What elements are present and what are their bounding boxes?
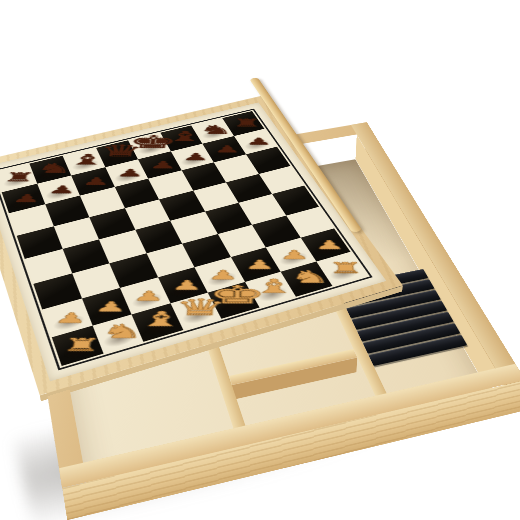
divider-vertical-left (205, 337, 250, 440)
board-frame-line: ♜♞♝♛♚♝♞♜♟♟♟♟♟♟♟♟♟♟♟♟♟♟♟♟♜♞♝♛♚♝♞♜ (0, 109, 373, 371)
board-lid[interactable]: ♜♞♝♛♚♝♞♜♟♟♟♟♟♟♟♟♟♟♟♟♟♟♟♟♜♞♝♛♚♝♞♜ (0, 95, 403, 395)
piece-shadow (90, 301, 126, 322)
piece-shadow (129, 290, 165, 311)
piece-shadow (180, 305, 217, 326)
piece-white-bishop[interactable]: ♝ (127, 310, 195, 329)
divider-horizontal-face (232, 357, 357, 400)
square-a1[interactable]: ♜ (52, 325, 103, 366)
piece-white-pawn[interactable]: ♟ (76, 300, 143, 313)
chess-board-grid: ♜♞♝♛♚♝♞♜♟♟♟♟♟♟♟♟♟♟♟♟♟♟♟♟♜♞♝♛♚♝♞♜ (0, 111, 367, 366)
piece-black-pawn[interactable]: ♟ (0, 193, 57, 203)
domino-tile[interactable] (368, 335, 467, 366)
domino-tile[interactable] (363, 323, 461, 354)
piece-shadow (101, 328, 138, 350)
divider-horizontal (229, 349, 357, 385)
product-photo: ♜♞♝♛♚♝♞♜♟♟♟♟♟♟♟♟♟♟♟♟♟♟♟♟♜♞♝♛♚♝♞♜ (0, 0, 520, 520)
piece-white-pawn[interactable]: ♟ (36, 311, 105, 324)
piece-shadow (50, 312, 87, 334)
piece-white-knight[interactable]: ♞ (87, 323, 157, 341)
board-paper: ♜♞♝♛♚♝♞♜♟♟♟♟♟♟♟♟♟♟♟♟♟♟♟♟♜♞♝♛♚♝♞♜ (0, 102, 386, 381)
scene: ♜♞♝♛♚♝♞♜♟♟♟♟♟♟♟♟♟♟♟♟♟♟♟♟♜♞♝♛♚♝♞♜ (0, 0, 520, 520)
square-b3[interactable] (72, 263, 120, 299)
domino-tile[interactable] (351, 301, 447, 330)
piece-white-rook[interactable]: ♜ (46, 336, 117, 353)
square-a2[interactable]: ♟ (42, 299, 92, 337)
piece-shadow (141, 316, 178, 338)
piece-shadow (60, 339, 98, 362)
piece-white-queen[interactable]: ♛ (166, 296, 233, 318)
box-front-face (62, 380, 520, 520)
domino-tile[interactable] (357, 312, 454, 342)
square-b2[interactable]: ♟ (82, 288, 132, 326)
wooden-box: ♜♞♝♛♚♝♞♜♟♟♟♟♟♟♟♟♟♟♟♟♟♟♟♟♜♞♝♛♚♝♞♜ (6, 117, 520, 498)
square-e1[interactable]: ♚ (208, 282, 260, 319)
piece-black-rook[interactable]: ♜ (0, 171, 49, 183)
square-c1[interactable]: ♝ (131, 303, 182, 342)
square-c2[interactable]: ♟ (120, 277, 170, 314)
square-d1[interactable]: ♛ (170, 292, 222, 330)
square-b1[interactable]: ♞ (92, 314, 143, 354)
square-a3[interactable] (33, 273, 81, 309)
